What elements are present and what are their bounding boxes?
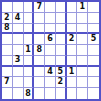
sudoku-cell-empty[interactable] [13,67,24,78]
sudoku-cell-empty[interactable] [77,56,88,67]
sudoku-cell-empty[interactable] [34,34,45,45]
sudoku-cell-empty[interactable] [13,77,24,88]
sudoku-cell-empty[interactable] [34,24,45,35]
sudoku-cell-empty[interactable] [67,24,78,35]
sudoku-cell-given[interactable]: 1 [24,45,35,56]
sudoku-cell-empty[interactable] [2,67,13,78]
sudoku-cell-empty[interactable] [13,34,24,45]
sudoku-cell-empty[interactable] [67,45,78,56]
sudoku-cell-empty[interactable] [56,34,67,45]
sudoku-cell-empty[interactable] [56,13,67,24]
sudoku-cell-empty[interactable] [45,13,56,24]
sudoku-cell-empty[interactable] [88,56,99,67]
sudoku-cell-empty[interactable] [13,88,24,99]
sudoku-cell-empty[interactable] [67,2,78,13]
sudoku-cell-empty[interactable] [77,88,88,99]
sudoku-cell-empty[interactable] [77,24,88,35]
sudoku-cell-empty[interactable] [77,34,88,45]
sudoku-cell-given[interactable]: 5 [88,34,99,45]
sudoku-cell-empty[interactable] [24,24,35,35]
sudoku-cell-given[interactable]: 6 [45,34,56,45]
sudoku-cell-empty[interactable] [24,77,35,88]
sudoku-cell-given[interactable]: 4 [45,67,56,78]
sudoku-cell-empty[interactable] [13,45,24,56]
sudoku-cell-empty[interactable] [77,67,88,78]
sudoku-cell-empty[interactable] [77,77,88,88]
sudoku-cell-empty[interactable] [56,24,67,35]
sudoku-cell-empty[interactable] [2,34,13,45]
sudoku-cell-empty[interactable] [88,88,99,99]
sudoku-cell-empty[interactable] [2,45,13,56]
sudoku-cell-empty[interactable] [24,13,35,24]
sudoku-cell-given[interactable]: 3 [13,56,24,67]
sudoku-cell-given[interactable]: 4 [13,13,24,24]
sudoku-cell-empty[interactable] [88,67,99,78]
sudoku-cell-empty[interactable] [45,88,56,99]
sudoku-cell-empty[interactable] [56,2,67,13]
sudoku-cell-empty[interactable] [88,45,99,56]
sudoku-cell-empty[interactable] [24,67,35,78]
sudoku-cell-empty[interactable] [2,56,13,67]
sudoku-cell-empty[interactable] [88,24,99,35]
sudoku-cell-empty[interactable] [56,56,67,67]
sudoku-cell-empty[interactable] [2,88,13,99]
sudoku-cell-given[interactable]: 7 [2,77,13,88]
sudoku-cell-empty[interactable] [24,2,35,13]
sudoku-cell-empty[interactable] [45,56,56,67]
sudoku-cell-empty[interactable] [67,88,78,99]
sudoku-cell-empty[interactable] [67,13,78,24]
sudoku-cell-empty[interactable] [45,77,56,88]
sudoku-board: 71248625183451728 [0,0,101,101]
sudoku-cell-empty[interactable] [45,24,56,35]
sudoku-cell-empty[interactable] [88,2,99,13]
sudoku-cell-empty[interactable] [45,45,56,56]
sudoku-cell-given[interactable]: 2 [56,77,67,88]
sudoku-puzzle: 71248625183451728 [0,0,101,101]
sudoku-cell-given[interactable]: 8 [34,45,45,56]
sudoku-cell-empty[interactable] [88,13,99,24]
sudoku-cell-empty[interactable] [2,2,13,13]
sudoku-cell-empty[interactable] [34,88,45,99]
sudoku-cell-empty[interactable] [34,77,45,88]
sudoku-cell-empty[interactable] [34,56,45,67]
sudoku-cell-empty[interactable] [67,77,78,88]
sudoku-cell-given[interactable]: 2 [67,34,78,45]
sudoku-cell-empty[interactable] [13,2,24,13]
sudoku-cell-empty[interactable] [24,56,35,67]
sudoku-cell-empty[interactable] [45,2,56,13]
sudoku-cell-empty[interactable] [88,77,99,88]
sudoku-cell-empty[interactable] [34,13,45,24]
sudoku-cell-empty[interactable] [67,56,78,67]
sudoku-cell-given[interactable]: 1 [67,67,78,78]
sudoku-cell-empty[interactable] [24,34,35,45]
sudoku-cell-empty[interactable] [34,67,45,78]
sudoku-cell-empty[interactable] [77,45,88,56]
sudoku-cell-empty[interactable] [13,24,24,35]
sudoku-cell-empty[interactable] [77,13,88,24]
sudoku-cell-given[interactable]: 2 [2,13,13,24]
sudoku-cell-given[interactable]: 5 [56,67,67,78]
sudoku-cell-given[interactable]: 8 [2,24,13,35]
sudoku-cell-empty[interactable] [56,45,67,56]
sudoku-cell-empty[interactable] [56,88,67,99]
sudoku-cell-given[interactable]: 7 [34,2,45,13]
sudoku-cell-given[interactable]: 1 [77,2,88,13]
sudoku-cell-given[interactable]: 8 [24,88,35,99]
